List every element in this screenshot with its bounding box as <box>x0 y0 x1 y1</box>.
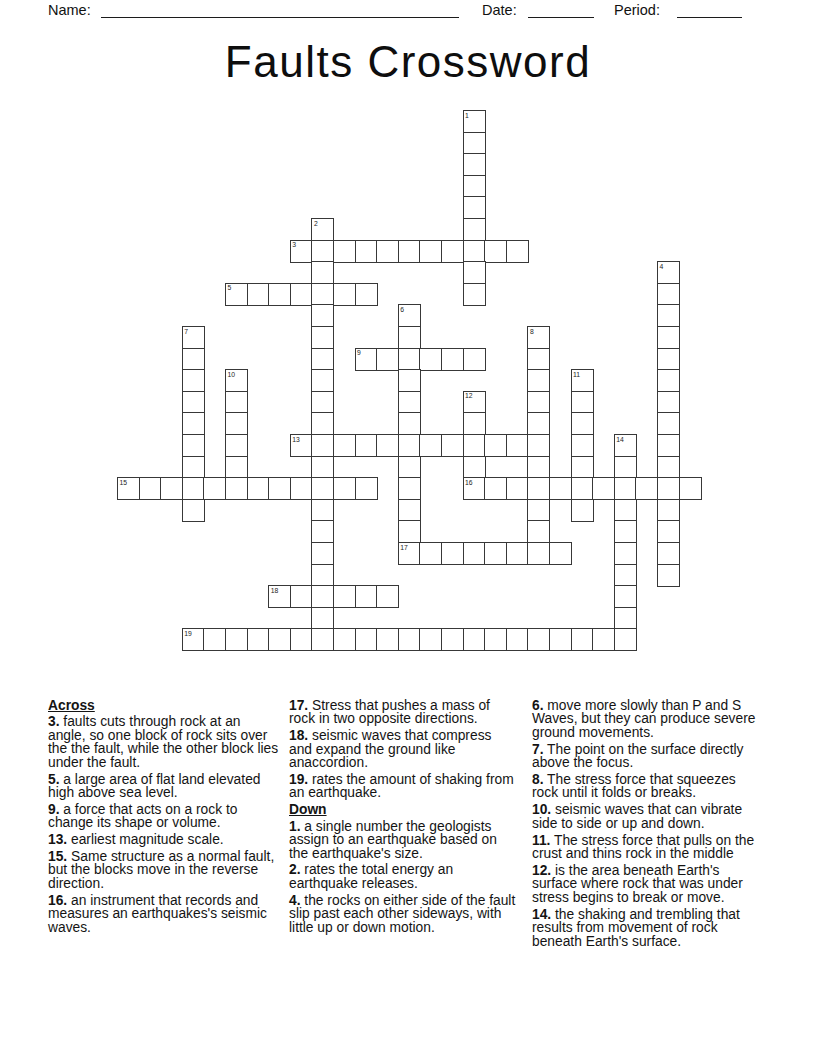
cell-number-10: 10 <box>228 371 236 378</box>
across-header: Across <box>48 699 279 712</box>
name-label: Name: <box>48 2 91 18</box>
grid-cell-r2c16[interactable] <box>463 153 486 176</box>
grid-cell-r6c15[interactable] <box>441 240 464 263</box>
cell-number-11: 11 <box>573 371 580 378</box>
grid-cell-r20c18[interactable] <box>506 542 529 565</box>
grid-cell-r24c14[interactable] <box>419 628 442 651</box>
clue-down-12: 12. is the area beneath Earth's surface … <box>532 864 760 904</box>
worksheet-page: Name: Date: Period: Faults Crossword 123… <box>0 0 816 1056</box>
grid-cell-r24c15[interactable] <box>441 628 464 651</box>
grid-cell-r18c19[interactable] <box>527 499 550 522</box>
grid-cell-r18c25[interactable] <box>657 499 680 522</box>
cell-number-4: 4 <box>660 263 664 270</box>
grid-cell-r17c9[interactable] <box>311 477 334 500</box>
grid-cell-r17c3[interactable] <box>182 477 205 500</box>
grid-cell-r14c13[interactable] <box>398 412 421 435</box>
grid-cell-r12c13[interactable] <box>398 369 421 392</box>
grid-cell-r18c9[interactable] <box>311 499 334 522</box>
cell-number-17: 17 <box>400 544 408 551</box>
grid-cell-r15c11[interactable] <box>355 434 378 457</box>
grid-cell-r15c16[interactable] <box>463 434 486 457</box>
grid-cell-r6c10[interactable] <box>333 240 356 263</box>
down-header: Down <box>289 803 518 816</box>
grid-cell-r17c2[interactable] <box>160 477 183 500</box>
grid-cell-r13c16[interactable]: 12 <box>463 391 486 414</box>
grid-cell-r11c11[interactable]: 9 <box>355 348 378 371</box>
clue-across-5: 5. a large area of flat land elevated hi… <box>48 773 279 800</box>
clue-down-6: 6. move more slowly than P and S Waves, … <box>532 699 760 739</box>
clue-down-8: 8. The stress force that squeezes rock u… <box>532 773 760 800</box>
clue-down-11: 11. The stress force that pulls on the c… <box>532 834 760 861</box>
grid-cell-r1c16[interactable] <box>463 132 486 155</box>
grid-cell-r20c13[interactable]: 17 <box>398 542 421 565</box>
grid-cell-r21c23[interactable] <box>614 564 637 587</box>
grid-cell-r6c13[interactable] <box>398 240 421 263</box>
grid-cell-r16c13[interactable] <box>398 456 421 479</box>
grid-cell-r17c7[interactable] <box>268 477 291 500</box>
grid-cell-r8c7[interactable] <box>268 283 291 306</box>
grid-cell-r6c16[interactable] <box>463 240 486 263</box>
grid-cell-r10c13[interactable] <box>398 326 421 349</box>
grid-cell-r8c16[interactable] <box>463 283 486 306</box>
grid-cell-r17c13[interactable] <box>398 477 421 500</box>
clue-down-4: 4. the rocks on either side of the fault… <box>289 894 518 934</box>
grid-cell-r18c13[interactable] <box>398 499 421 522</box>
cell-number-9: 9 <box>357 349 361 356</box>
grid-cell-r16c3[interactable] <box>182 456 205 479</box>
grid-cell-r20c23[interactable] <box>614 542 637 565</box>
grid-cell-r17c5[interactable] <box>225 477 248 500</box>
grid-cell-r14c5[interactable] <box>225 412 248 435</box>
grid-cell-r8c9[interactable] <box>311 283 334 306</box>
grid-cell-r17c0[interactable]: 15 <box>117 477 140 500</box>
grid-cell-r19c25[interactable] <box>657 520 680 543</box>
grid-cell-r11c16[interactable] <box>463 348 486 371</box>
grid-cell-r24c12[interactable] <box>376 628 399 651</box>
grid-cell-r20c15[interactable] <box>441 542 464 565</box>
grid-cell-r16c21[interactable] <box>571 456 594 479</box>
grid-cell-r20c20[interactable] <box>549 542 572 565</box>
grid-cell-r17c1[interactable] <box>139 477 162 500</box>
grid-cell-r20c9[interactable] <box>311 542 334 565</box>
grid-cell-r24c13[interactable] <box>398 628 421 651</box>
grid-cell-r24c8[interactable] <box>290 628 313 651</box>
grid-cell-r19c9[interactable] <box>311 520 334 543</box>
grid-cell-r15c13[interactable] <box>398 434 421 457</box>
grid-cell-r12c25[interactable] <box>657 369 680 392</box>
grid-cell-r18c21[interactable] <box>571 499 594 522</box>
clue-across-18: 18. seismic waves that compress and expa… <box>289 729 518 769</box>
grid-cell-r24c4[interactable] <box>203 628 226 651</box>
grid-cell-r13c19[interactable] <box>527 391 550 414</box>
grid-cell-r11c25[interactable] <box>657 348 680 371</box>
period-label: Period: <box>614 2 660 18</box>
grid-cell-r16c19[interactable] <box>527 456 550 479</box>
grid-cell-r24c7[interactable] <box>268 628 291 651</box>
grid-cell-r10c3[interactable]: 7 <box>182 326 205 349</box>
grid-cell-r17c23[interactable] <box>614 477 637 500</box>
cell-number-7: 7 <box>184 328 188 335</box>
grid-cell-r17c24[interactable] <box>635 477 658 500</box>
clue-down-7: 7. The point on the surface directly abo… <box>532 743 760 770</box>
grid-cell-r14c19[interactable] <box>527 412 550 435</box>
grid-cell-r20c14[interactable] <box>419 542 442 565</box>
clue-across-19: 19. rates the amount of shaking from an … <box>289 773 518 800</box>
grid-cell-r15c17[interactable] <box>484 434 507 457</box>
grid-cell-r22c12[interactable] <box>376 585 399 608</box>
grid-cell-r24c17[interactable] <box>484 628 507 651</box>
grid-cell-r24c10[interactable] <box>333 628 356 651</box>
grid-cell-r22c8[interactable] <box>290 585 313 608</box>
clue-down-14: 14. the shaking and trembling that resul… <box>532 908 760 948</box>
cell-number-1: 1 <box>465 112 469 119</box>
grid-cell-r6c8[interactable]: 3 <box>290 240 313 263</box>
date-label: Date: <box>482 2 517 18</box>
grid-cell-r20c17[interactable] <box>484 542 507 565</box>
grid-cell-r11c12[interactable] <box>376 348 399 371</box>
grid-cell-r17c25[interactable] <box>657 477 680 500</box>
grid-cell-r15c21[interactable] <box>571 434 594 457</box>
grid-cell-r12c3[interactable] <box>182 369 205 392</box>
grid-cell-r17c20[interactable] <box>549 477 572 500</box>
grid-cell-r15c14[interactable] <box>419 434 442 457</box>
grid-cell-r23c23[interactable] <box>614 607 637 630</box>
grid-cell-r14c3[interactable] <box>182 412 205 435</box>
grid-cell-r20c19[interactable] <box>527 542 550 565</box>
grid-cell-r11c3[interactable] <box>182 348 205 371</box>
grid-cell-r24c21[interactable] <box>571 628 594 651</box>
grid-cell-r11c13[interactable] <box>398 348 421 371</box>
clue-column-1: Across3. faults cuts through rock at an … <box>48 699 279 938</box>
grid-cell-r17c8[interactable] <box>290 477 313 500</box>
grid-cell-r8c10[interactable] <box>333 283 356 306</box>
grid-cell-r6c11[interactable] <box>355 240 378 263</box>
grid-cell-r10c25[interactable] <box>657 326 680 349</box>
cell-number-3: 3 <box>292 241 296 248</box>
grid-cell-r17c19[interactable] <box>527 477 550 500</box>
grid-cell-r5c9[interactable]: 2 <box>311 218 334 241</box>
clue-column-3: 6. move more slowly than P and S Waves, … <box>532 699 760 951</box>
grid-cell-r4c16[interactable] <box>463 196 486 219</box>
grid-cell-r16c5[interactable] <box>225 456 248 479</box>
grid-cell-r10c9[interactable] <box>311 326 334 349</box>
grid-cell-r9c9[interactable] <box>311 304 334 327</box>
clue-down-1: 1. a single number the geologists assign… <box>289 820 518 860</box>
grid-cell-r15c18[interactable] <box>506 434 529 457</box>
grid-cell-r24c5[interactable] <box>225 628 248 651</box>
grid-cell-r20c25[interactable] <box>657 542 680 565</box>
grid-cell-r0c16[interactable]: 1 <box>463 110 486 133</box>
cell-number-16: 16 <box>465 479 473 486</box>
grid-cell-r15c10[interactable] <box>333 434 356 457</box>
grid-cell-r9c25[interactable] <box>657 304 680 327</box>
grid-cell-r12c21[interactable]: 11 <box>571 369 594 392</box>
grid-cell-r12c19[interactable] <box>527 369 550 392</box>
grid-cell-r6c17[interactable] <box>484 240 507 263</box>
grid-cell-r13c5[interactable] <box>225 391 248 414</box>
grid-cell-r17c10[interactable] <box>333 477 356 500</box>
clue-down-10: 10. seismic waves that can vibrate side … <box>532 803 760 830</box>
grid-cell-r15c23[interactable]: 14 <box>614 434 637 457</box>
grid-cell-r6c18[interactable] <box>506 240 529 263</box>
grid-cell-r8c25[interactable] <box>657 283 680 306</box>
grid-cell-r22c23[interactable] <box>614 585 637 608</box>
grid-cell-r24c16[interactable] <box>463 628 486 651</box>
grid-cell-r11c14[interactable] <box>419 348 442 371</box>
grid-cell-r14c9[interactable] <box>311 412 334 435</box>
grid-cell-r13c21[interactable] <box>571 391 594 414</box>
grid-cell-r5c16[interactable] <box>463 218 486 241</box>
grid-cell-r15c5[interactable] <box>225 434 248 457</box>
cell-number-15: 15 <box>120 479 128 486</box>
grid-cell-r15c3[interactable] <box>182 434 205 457</box>
grid-cell-r8c6[interactable] <box>247 283 270 306</box>
grid-cell-r22c11[interactable] <box>355 585 378 608</box>
grid-cell-r17c22[interactable] <box>592 477 615 500</box>
grid-cell-r15c9[interactable] <box>311 434 334 457</box>
cell-number-14: 14 <box>616 436 624 443</box>
grid-cell-r15c12[interactable] <box>376 434 399 457</box>
grid-cell-r15c15[interactable] <box>441 434 464 457</box>
grid-cell-r21c25[interactable] <box>657 564 680 587</box>
grid-cell-r24c11[interactable] <box>355 628 378 651</box>
grid-cell-r9c13[interactable]: 6 <box>398 304 421 327</box>
clue-across-15: 15. Same structure as a normal fault, bu… <box>48 850 279 890</box>
clue-across-13: 13. earliest magnitude scale. <box>48 833 279 846</box>
grid-cell-r11c9[interactable] <box>311 348 334 371</box>
grid-cell-r14c16[interactable] <box>463 412 486 435</box>
grid-cell-r24c9[interactable] <box>311 628 334 651</box>
grid-cell-r13c13[interactable] <box>398 391 421 414</box>
grid-cell-r21c9[interactable] <box>311 564 334 587</box>
cell-number-13: 13 <box>292 436 300 443</box>
grid-cell-r17c16[interactable]: 16 <box>463 477 486 500</box>
cell-number-8: 8 <box>530 328 534 335</box>
grid-cell-r14c25[interactable] <box>657 412 680 435</box>
grid-cell-r20c16[interactable] <box>463 542 486 565</box>
grid-cell-r17c11[interactable] <box>355 477 378 500</box>
grid-cell-r24c18[interactable] <box>506 628 529 651</box>
grid-cell-r23c9[interactable] <box>311 607 334 630</box>
grid-cell-r16c25[interactable] <box>657 456 680 479</box>
grid-cell-r22c10[interactable] <box>333 585 356 608</box>
clue-across-3: 3. faults cuts through rock at an angle,… <box>48 715 279 769</box>
grid-cell-r16c23[interactable] <box>614 456 637 479</box>
grid-cell-r6c14[interactable] <box>419 240 442 263</box>
grid-cell-r15c25[interactable] <box>657 434 680 457</box>
grid-cell-r13c3[interactable] <box>182 391 205 414</box>
grid-cell-r24c3[interactable]: 19 <box>182 628 205 651</box>
grid-cell-r22c9[interactable] <box>311 585 334 608</box>
grid-cell-r8c5[interactable]: 5 <box>225 283 248 306</box>
grid-cell-r7c9[interactable] <box>311 261 334 284</box>
grid-cell-r24c6[interactable] <box>247 628 270 651</box>
grid-cell-r7c25[interactable]: 4 <box>657 261 680 284</box>
grid-cell-r17c6[interactable] <box>247 477 270 500</box>
grid-cell-r13c9[interactable] <box>311 391 334 414</box>
grid-cell-r17c18[interactable] <box>506 477 529 500</box>
grid-cell-r7c16[interactable] <box>463 261 486 284</box>
grid-cell-r17c4[interactable] <box>203 477 226 500</box>
grid-cell-r18c3[interactable] <box>182 499 205 522</box>
grid-cell-r17c26[interactable] <box>679 477 702 500</box>
cell-number-19: 19 <box>184 630 192 637</box>
grid-cell-r3c16[interactable] <box>463 175 486 198</box>
cell-number-6: 6 <box>400 306 404 313</box>
grid-cell-r16c16[interactable] <box>463 456 486 479</box>
cell-number-5: 5 <box>228 284 232 291</box>
grid-cell-r13c25[interactable] <box>657 391 680 414</box>
grid-cell-r12c9[interactable] <box>311 369 334 392</box>
cell-number-18: 18 <box>271 587 279 594</box>
cell-number-2: 2 <box>314 220 318 227</box>
grid-cell-r18c23[interactable] <box>614 499 637 522</box>
grid-cell-r17c17[interactable] <box>484 477 507 500</box>
grid-cell-r24c20[interactable] <box>549 628 572 651</box>
grid-cell-r10c19[interactable]: 8 <box>527 326 550 349</box>
grid-cell-r17c21[interactable] <box>571 477 594 500</box>
date-blank-line[interactable] <box>528 17 594 19</box>
grid-cell-r11c15[interactable] <box>441 348 464 371</box>
grid-cell-r24c22[interactable] <box>592 628 615 651</box>
grid-cell-r19c13[interactable] <box>398 520 421 543</box>
cell-number-12: 12 <box>465 392 473 399</box>
clue-across-16: 16. an instrument that records and measu… <box>48 894 279 934</box>
grid-cell-r22c7[interactable]: 18 <box>268 585 291 608</box>
grid-cell-r8c11[interactable] <box>355 283 378 306</box>
grid-cell-r14c21[interactable] <box>571 412 594 435</box>
name-blank-line[interactable] <box>101 17 459 19</box>
grid-cell-r12c5[interactable]: 10 <box>225 369 248 392</box>
clue-column-2: 17. Stress that pushes a mass of rock in… <box>289 699 518 938</box>
grid-cell-r24c23[interactable] <box>614 628 637 651</box>
page-title: Faults Crossword <box>0 39 816 85</box>
grid-cell-r6c9[interactable] <box>311 240 334 263</box>
grid-cell-r19c23[interactable] <box>614 520 637 543</box>
grid-cell-r15c8[interactable]: 13 <box>290 434 313 457</box>
clue-down-2: 2. rates the total energy an earthquake … <box>289 863 518 890</box>
clue-across-9: 9. a force that acts on a rock to change… <box>48 803 279 830</box>
clue-across-17: 17. Stress that pushes a mass of rock in… <box>289 699 518 726</box>
grid-cell-r11c19[interactable] <box>527 348 550 371</box>
grid-cell-r6c12[interactable] <box>376 240 399 263</box>
grid-cell-r24c19[interactable] <box>527 628 550 651</box>
grid-cell-r19c19[interactable] <box>527 520 550 543</box>
grid-cell-r8c8[interactable] <box>290 283 313 306</box>
period-blank-line[interactable] <box>677 17 742 19</box>
grid-cell-r16c9[interactable] <box>311 456 334 479</box>
grid-cell-r15c19[interactable] <box>527 434 550 457</box>
crossword-grid: 12345678910111213141516171819 <box>117 110 703 653</box>
